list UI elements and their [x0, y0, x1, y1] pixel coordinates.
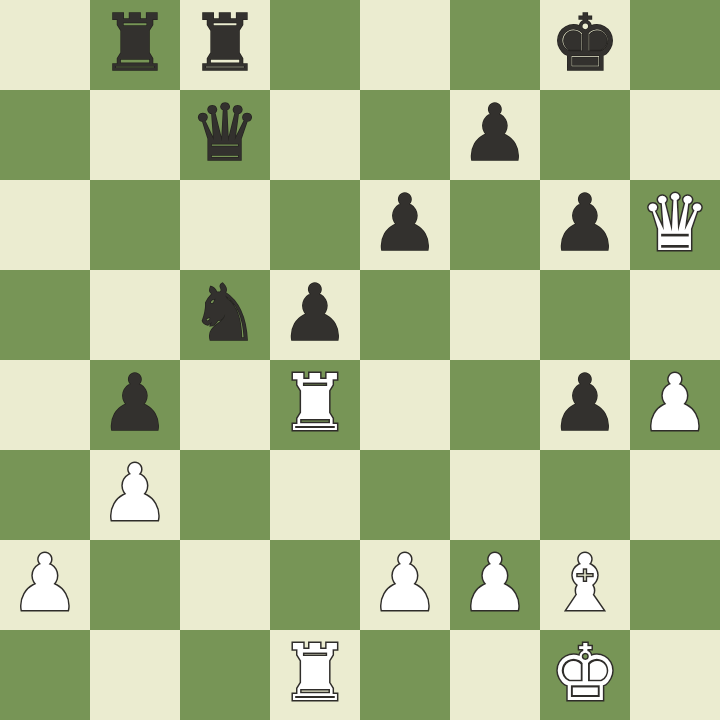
white-pawn[interactable]: ♟︎ [100, 450, 170, 538]
square-g5[interactable] [540, 270, 630, 360]
black-pawn[interactable]: ♟︎ [550, 180, 620, 268]
square-b6[interactable] [90, 180, 180, 270]
square-g8[interactable]: ♚︎ [540, 0, 630, 90]
square-h2[interactable] [630, 540, 720, 630]
square-c6[interactable] [180, 180, 270, 270]
square-f5[interactable] [450, 270, 540, 360]
square-a6[interactable] [0, 180, 90, 270]
square-h7[interactable] [630, 90, 720, 180]
square-a3[interactable] [0, 450, 90, 540]
square-f4[interactable] [450, 360, 540, 450]
square-b2[interactable] [90, 540, 180, 630]
white-pawn[interactable]: ♟︎ [640, 360, 710, 448]
square-h1[interactable] [630, 630, 720, 720]
square-d6[interactable] [270, 180, 360, 270]
square-b3[interactable]: ♟︎ [90, 450, 180, 540]
chess-board: ♜︎♜︎♚︎♛︎♟︎♟︎♟︎♛︎♞︎♟︎♟︎♜︎♟︎♟︎♟︎♟︎♟︎♟︎♝︎♜︎… [0, 0, 720, 720]
black-pawn[interactable]: ♟︎ [100, 360, 170, 448]
square-c7[interactable]: ♛︎ [180, 90, 270, 180]
square-e8[interactable] [360, 0, 450, 90]
square-d2[interactable] [270, 540, 360, 630]
black-knight[interactable]: ♞︎ [190, 270, 260, 358]
square-f1[interactable] [450, 630, 540, 720]
square-h8[interactable] [630, 0, 720, 90]
chess-board-container: ♜︎♜︎♚︎♛︎♟︎♟︎♟︎♛︎♞︎♟︎♟︎♜︎♟︎♟︎♟︎♟︎♟︎♟︎♝︎♜︎… [0, 0, 720, 720]
square-h6[interactable]: ♛︎ [630, 180, 720, 270]
white-queen[interactable]: ♛︎ [640, 180, 710, 268]
square-c3[interactable] [180, 450, 270, 540]
white-pawn[interactable]: ♟︎ [460, 540, 530, 628]
square-f8[interactable] [450, 0, 540, 90]
white-rook[interactable]: ♜︎ [280, 630, 350, 718]
square-f3[interactable] [450, 450, 540, 540]
square-c2[interactable] [180, 540, 270, 630]
square-g6[interactable]: ♟︎ [540, 180, 630, 270]
black-queen[interactable]: ♛︎ [190, 90, 260, 178]
white-king[interactable]: ♚︎ [550, 630, 620, 718]
white-rook[interactable]: ♜︎ [280, 360, 350, 448]
square-g3[interactable] [540, 450, 630, 540]
white-pawn[interactable]: ♟︎ [370, 540, 440, 628]
square-c8[interactable]: ♜︎ [180, 0, 270, 90]
square-c1[interactable] [180, 630, 270, 720]
square-d4[interactable]: ♜︎ [270, 360, 360, 450]
square-e7[interactable] [360, 90, 450, 180]
square-e2[interactable]: ♟︎ [360, 540, 450, 630]
square-b5[interactable] [90, 270, 180, 360]
square-c4[interactable] [180, 360, 270, 450]
square-h5[interactable] [630, 270, 720, 360]
white-pawn[interactable]: ♟︎ [10, 540, 80, 628]
square-a1[interactable] [0, 630, 90, 720]
black-pawn[interactable]: ♟︎ [550, 360, 620, 448]
square-b1[interactable] [90, 630, 180, 720]
square-e4[interactable] [360, 360, 450, 450]
black-rook[interactable]: ♜︎ [190, 0, 260, 88]
square-d5[interactable]: ♟︎ [270, 270, 360, 360]
square-a4[interactable] [0, 360, 90, 450]
square-e1[interactable] [360, 630, 450, 720]
square-d7[interactable] [270, 90, 360, 180]
black-king[interactable]: ♚︎ [550, 0, 620, 88]
square-a8[interactable] [0, 0, 90, 90]
white-bishop[interactable]: ♝︎ [550, 540, 620, 628]
square-g1[interactable]: ♚︎ [540, 630, 630, 720]
square-g7[interactable] [540, 90, 630, 180]
square-b8[interactable]: ♜︎ [90, 0, 180, 90]
square-e6[interactable]: ♟︎ [360, 180, 450, 270]
square-a2[interactable]: ♟︎ [0, 540, 90, 630]
square-f7[interactable]: ♟︎ [450, 90, 540, 180]
square-a7[interactable] [0, 90, 90, 180]
square-d8[interactable] [270, 0, 360, 90]
square-g2[interactable]: ♝︎ [540, 540, 630, 630]
square-d1[interactable]: ♜︎ [270, 630, 360, 720]
square-b7[interactable] [90, 90, 180, 180]
square-f2[interactable]: ♟︎ [450, 540, 540, 630]
square-h4[interactable]: ♟︎ [630, 360, 720, 450]
square-d3[interactable] [270, 450, 360, 540]
square-h3[interactable] [630, 450, 720, 540]
square-c5[interactable]: ♞︎ [180, 270, 270, 360]
square-e5[interactable] [360, 270, 450, 360]
square-f6[interactable] [450, 180, 540, 270]
square-b4[interactable]: ♟︎ [90, 360, 180, 450]
square-e3[interactable] [360, 450, 450, 540]
black-pawn[interactable]: ♟︎ [280, 270, 350, 358]
square-g4[interactable]: ♟︎ [540, 360, 630, 450]
black-pawn[interactable]: ♟︎ [370, 180, 440, 268]
black-pawn[interactable]: ♟︎ [460, 90, 530, 178]
black-rook[interactable]: ♜︎ [100, 0, 170, 88]
square-a5[interactable] [0, 270, 90, 360]
